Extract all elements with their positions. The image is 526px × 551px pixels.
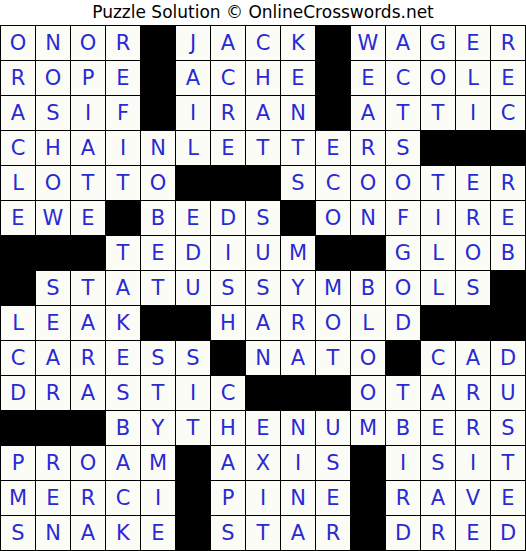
letter-cell: A [1,96,35,130]
letter-cell: M [141,446,175,480]
letter-cell: B [386,411,420,445]
letter-cell: H [36,131,70,165]
letter-cell: E [71,201,105,235]
block-cell [141,306,175,340]
letter-cell: T [246,131,280,165]
letter-cell: K [106,516,140,550]
letter-cell: Y [141,411,175,445]
letter-cell: R [106,26,140,60]
letter-cell: E [36,481,70,515]
letter-cell: E [316,131,350,165]
letter-cell: I [386,446,420,480]
letter-cell: M [316,271,350,305]
letter-cell: S [211,516,245,550]
block-cell [141,26,175,60]
block-cell [316,26,350,60]
letter-cell: S [36,96,70,130]
letter-cell: J [176,26,210,60]
letter-cell: P [211,481,245,515]
letter-cell: L [456,61,490,95]
letter-cell: F [106,96,140,130]
letter-cell: R [386,481,420,515]
letter-cell: P [71,61,105,95]
letter-cell: T [421,166,455,200]
block-cell [246,166,280,200]
block-cell [246,376,280,410]
letter-cell: Y [281,271,315,305]
block-cell [176,166,210,200]
letter-cell: O [456,236,490,270]
letter-cell: O [71,446,105,480]
letter-cell: T [71,271,105,305]
letter-cell: A [421,481,455,515]
letter-cell: T [281,131,315,165]
block-cell [176,446,210,480]
block-cell [36,411,70,445]
letter-cell: A [386,26,420,60]
letter-cell: V [456,481,490,515]
letter-cell: E [281,61,315,95]
letter-cell: I [211,236,245,270]
letter-cell: U [176,271,210,305]
letter-cell: B [491,236,525,270]
letter-cell: E [176,201,210,235]
block-cell [106,201,140,235]
block-cell [1,411,35,445]
letter-cell: I [281,446,315,480]
block-cell [141,61,175,95]
letter-cell: O [386,166,420,200]
block-cell [141,96,175,130]
letter-cell: N [281,481,315,515]
letter-cell: I [246,481,280,515]
letter-cell: S [421,446,455,480]
block-cell [1,271,35,305]
letter-cell: A [246,96,280,130]
letter-cell: C [491,96,525,130]
letter-cell: N [36,26,70,60]
block-cell [421,131,455,165]
letter-cell: E [211,131,245,165]
letter-cell: A [106,271,140,305]
letter-cell: A [71,516,105,550]
letter-cell: O [36,61,70,95]
letter-cell: L [351,306,385,340]
letter-cell: L [1,166,35,200]
letter-cell: S [211,271,245,305]
letter-cell: E [456,166,490,200]
letter-cell: H [211,411,245,445]
block-cell [316,236,350,270]
letter-cell: A [456,341,490,375]
letter-cell: K [281,26,315,60]
letter-cell: I [456,446,490,480]
letter-cell: S [246,271,280,305]
letter-cell: N [141,131,175,165]
letter-cell: D [491,516,525,550]
letter-cell: S [456,271,490,305]
letter-cell: A [36,341,70,375]
letter-cell: S [1,516,35,550]
letter-cell: E [141,236,175,270]
letter-cell: I [456,96,490,130]
letter-cell: E [491,481,525,515]
block-cell [316,61,350,95]
block-cell [281,376,315,410]
letter-cell: E [1,201,35,235]
letter-cell: C [316,166,350,200]
letter-cell: R [421,516,455,550]
letter-cell: O [1,26,35,60]
letter-cell: E [106,341,140,375]
block-cell [176,516,210,550]
letter-cell: T [106,166,140,200]
letter-cell: O [351,166,385,200]
page-title: Puzzle Solution © OnlineCrosswords.net [0,0,526,25]
letter-cell: P [1,446,35,480]
letter-cell: O [36,166,70,200]
letter-cell: D [386,306,420,340]
letter-cell: I [176,96,210,130]
letter-cell: S [386,131,420,165]
block-cell [176,306,210,340]
block-cell [491,271,525,305]
letter-cell: H [246,61,280,95]
letter-cell: R [36,376,70,410]
block-cell [36,236,70,270]
letter-cell: E [491,61,525,95]
block-cell [456,306,490,340]
letter-cell: D [211,201,245,235]
letter-cell: N [36,516,70,550]
letter-cell: E [421,411,455,445]
letter-cell: A [281,341,315,375]
letter-cell: R [456,411,490,445]
letter-cell: O [351,376,385,410]
letter-cell: S [106,376,140,410]
letter-cell: E [351,61,385,95]
letter-cell: S [141,341,175,375]
letter-cell: S [491,411,525,445]
letter-cell: R [36,446,70,480]
letter-cell: R [491,166,525,200]
block-cell [456,131,490,165]
letter-cell: W [351,26,385,60]
letter-cell: C [211,376,245,410]
letter-cell: O [386,271,420,305]
letter-cell: R [281,306,315,340]
letter-cell: S [246,201,280,235]
letter-cell: T [246,516,280,550]
block-cell [386,341,420,375]
letter-cell: D [386,516,420,550]
letter-cell: D [176,236,210,270]
letter-cell: K [106,306,140,340]
letter-cell: C [1,341,35,375]
letter-cell: T [106,236,140,270]
letter-cell: A [176,61,210,95]
letter-cell: T [176,411,210,445]
letter-cell: E [456,516,490,550]
block-cell [351,236,385,270]
letter-cell: A [106,446,140,480]
letter-cell: A [281,516,315,550]
letter-cell: U [246,236,280,270]
letter-cell: A [421,376,455,410]
letter-cell: B [106,411,140,445]
letter-cell: T [141,271,175,305]
letter-cell: L [1,306,35,340]
block-cell [71,236,105,270]
letter-cell: F [386,201,420,235]
letter-cell: E [36,306,70,340]
letter-cell: C [106,481,140,515]
letter-cell: E [141,516,175,550]
letter-cell: C [246,26,280,60]
letter-cell: A [71,131,105,165]
letter-cell: E [316,481,350,515]
letter-cell: D [1,376,35,410]
block-cell [351,516,385,550]
block-cell [491,131,525,165]
letter-cell: T [421,96,455,130]
letter-cell: X [246,446,280,480]
letter-cell: R [316,516,350,550]
letter-cell: T [141,376,175,410]
letter-cell: I [141,481,175,515]
letter-cell: M [351,411,385,445]
letter-cell: S [316,446,350,480]
block-cell [1,236,35,270]
block-cell [211,166,245,200]
letter-cell: O [351,341,385,375]
letter-cell: D [491,341,525,375]
letter-cell: R [211,96,245,130]
letter-cell: T [386,376,420,410]
letter-cell: A [71,376,105,410]
block-cell [351,481,385,515]
letter-cell: H [211,306,245,340]
letter-cell: A [71,306,105,340]
letter-cell: L [421,236,455,270]
letter-cell: O [316,201,350,235]
letter-cell: S [281,166,315,200]
block-cell [351,446,385,480]
block-cell [71,411,105,445]
letter-cell: M [281,236,315,270]
block-cell [421,306,455,340]
letter-cell: G [421,26,455,60]
block-cell [316,376,350,410]
letter-cell: I [106,131,140,165]
letter-cell: S [176,341,210,375]
block-cell [491,306,525,340]
letter-cell: C [211,61,245,95]
letter-cell: C [1,131,35,165]
letter-cell: M [1,481,35,515]
letter-cell: R [71,481,105,515]
letter-cell: G [386,236,420,270]
letter-cell: R [1,61,35,95]
letter-cell: R [351,131,385,165]
letter-cell: W [36,201,70,235]
block-cell [281,201,315,235]
letter-cell: A [351,96,385,130]
letter-cell: A [211,446,245,480]
letter-cell: T [386,96,420,130]
puzzle-page: Puzzle Solution © OnlineCrosswords.net O… [0,0,526,551]
letter-cell: E [246,411,280,445]
letter-cell: U [491,376,525,410]
letter-cell: T [491,446,525,480]
letter-cell: A [246,306,280,340]
letter-cell: E [106,61,140,95]
letter-cell: L [176,131,210,165]
crossword-grid: ONORJACKWAGERROPEACHEECOLEASIFIRANATTICC… [0,25,526,551]
letter-cell: O [316,306,350,340]
letter-cell: N [281,411,315,445]
letter-cell: T [316,341,350,375]
letter-cell: A [211,26,245,60]
letter-cell: B [351,271,385,305]
letter-cell: L [421,271,455,305]
letter-cell: N [351,201,385,235]
letter-cell: U [316,411,350,445]
letter-cell: E [456,26,490,60]
block-cell [316,96,350,130]
block-cell [176,481,210,515]
letter-cell: T [71,166,105,200]
letter-cell: O [141,166,175,200]
letter-cell: E [491,201,525,235]
letter-cell: R [491,26,525,60]
letter-cell: I [71,96,105,130]
letter-cell: N [281,96,315,130]
letter-cell: C [421,341,455,375]
letter-cell: R [456,376,490,410]
letter-cell: I [176,376,210,410]
letter-cell: R [71,341,105,375]
letter-cell: B [141,201,175,235]
letter-cell: S [36,271,70,305]
letter-cell: N [246,341,280,375]
letter-cell: C [386,61,420,95]
letter-cell: R [456,201,490,235]
letter-cell: I [421,201,455,235]
block-cell [211,341,245,375]
letter-cell: O [421,61,455,95]
letter-cell: O [71,26,105,60]
